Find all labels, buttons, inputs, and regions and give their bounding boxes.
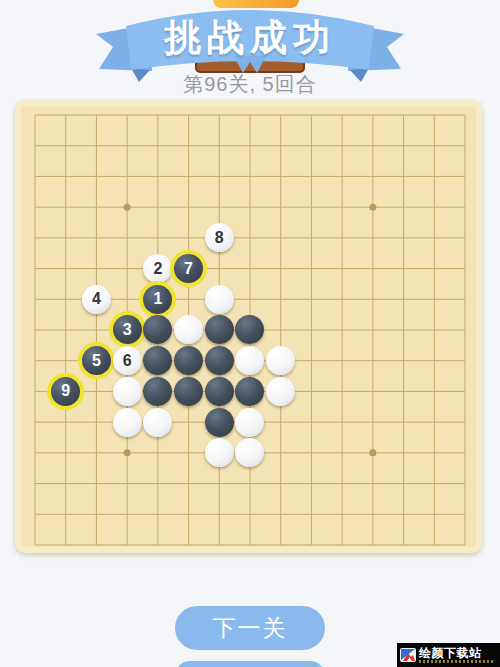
stones-layer: 827413569 — [15, 100, 482, 553]
stone-black — [205, 408, 234, 437]
trophy-icon — [213, 0, 299, 8]
stone-black — [205, 346, 234, 375]
stone-move-4: 4 — [82, 285, 111, 314]
stone-number: 9 — [61, 382, 70, 400]
game-board[interactable]: 827413569 — [15, 100, 482, 553]
next-level-button[interactable]: 下一关 — [175, 606, 325, 650]
watermark: 绘颜下载站 — [397, 643, 500, 667]
banner-title: 挑战成功 — [0, 13, 500, 63]
stone-white — [266, 346, 295, 375]
result-banner: 挑战成功 第96关, 5回合 — [0, 0, 500, 100]
stone-black — [235, 315, 264, 344]
stone-move-9: 9 — [51, 377, 80, 406]
stone-black — [205, 315, 234, 344]
watermark-microtext — [419, 660, 495, 663]
stone-move-8: 8 — [205, 223, 234, 252]
stone-white — [143, 408, 172, 437]
stone-white — [113, 408, 142, 437]
stone-white — [113, 377, 142, 406]
stone-move-6: 6 — [113, 346, 142, 375]
stone-black — [143, 315, 172, 344]
stone-number: 8 — [215, 229, 224, 247]
level-round-info: 第96关, 5回合 — [0, 71, 500, 98]
stone-black — [143, 346, 172, 375]
stone-white — [205, 438, 234, 467]
stone-number: 7 — [184, 260, 193, 278]
stone-number: 2 — [153, 260, 162, 278]
stone-white — [235, 408, 264, 437]
stone-black — [143, 377, 172, 406]
stone-move-1: 1 — [143, 285, 172, 314]
stone-black — [235, 377, 264, 406]
stone-move-3: 3 — [113, 315, 142, 344]
stone-move-7: 7 — [174, 254, 203, 283]
watermark-text: 绘颜下载站 — [419, 647, 495, 659]
secondary-button-partial[interactable] — [175, 661, 325, 667]
stone-number: 4 — [92, 290, 101, 308]
stone-number: 1 — [153, 290, 162, 308]
stone-white — [205, 285, 234, 314]
stone-white — [174, 315, 203, 344]
stone-black — [205, 377, 234, 406]
stone-move-2: 2 — [143, 254, 172, 283]
stone-white — [235, 346, 264, 375]
stone-black — [174, 377, 203, 406]
stone-number: 3 — [123, 321, 132, 339]
stone-white — [235, 438, 264, 467]
stone-number: 5 — [92, 352, 101, 370]
stone-number: 6 — [123, 352, 132, 370]
stone-move-5: 5 — [82, 346, 111, 375]
watermark-logo-icon — [400, 648, 416, 662]
stone-white — [266, 377, 295, 406]
stone-black — [174, 346, 203, 375]
